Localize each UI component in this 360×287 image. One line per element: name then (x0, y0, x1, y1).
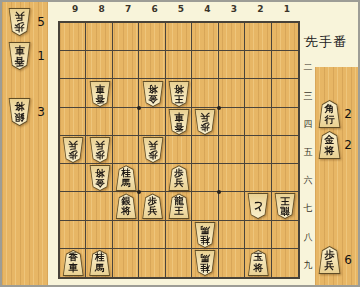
shogi-piece-knight[interactable]: 桂馬 (194, 250, 216, 276)
piece-kanji: 桂馬 (90, 251, 110, 275)
board-cell[interactable] (245, 23, 271, 51)
piece-shape: 銀将 (115, 193, 137, 219)
shogi-piece-promoted-rook[interactable]: 龍王 (168, 193, 190, 219)
hand-piece-count: 2 (341, 107, 355, 121)
piece-shape: 香車 (168, 109, 190, 135)
board-cell[interactable] (219, 79, 245, 107)
board-cell[interactable] (166, 51, 192, 79)
piece-shape: 香車 (89, 81, 111, 107)
shogi-piece-pawn[interactable]: 歩兵 (318, 246, 341, 274)
board-cell[interactable] (219, 249, 245, 277)
piece-shape: 香車 (8, 42, 31, 70)
hand-piece-count: 1 (34, 49, 48, 63)
board-cell[interactable] (245, 136, 271, 164)
piece-kanji: 歩兵 (90, 138, 110, 162)
piece-shape: 金将 (89, 165, 111, 191)
shogi-piece-gold[interactable]: 金将 (318, 131, 341, 159)
piece-kanji: 玉将 (248, 251, 268, 275)
rank-label: 四 (301, 118, 315, 130)
piece-shape: 歩兵 (194, 109, 216, 135)
piece-kanji: と (248, 194, 268, 218)
gote-hand-stand: 歩兵5香車1銀将3 (2, 2, 48, 285)
board-cell[interactable] (166, 136, 192, 164)
board-cell[interactable] (86, 221, 112, 249)
shogi-piece-pawn[interactable]: 歩兵 (62, 137, 84, 163)
board-cell[interactable] (219, 51, 245, 79)
board-cell[interactable] (86, 51, 112, 79)
board-cell[interactable] (245, 164, 271, 192)
board-cell[interactable] (60, 192, 86, 220)
board-cell[interactable] (192, 23, 218, 51)
piece-kanji: 銀将 (9, 99, 30, 125)
board-cell[interactable] (192, 136, 218, 164)
shogi-piece-pawn[interactable]: 歩兵 (142, 137, 164, 163)
piece-kanji: 金将 (90, 166, 110, 190)
piece-kanji: 香車 (90, 82, 110, 106)
rank-label: 八 (301, 231, 315, 243)
board-cell[interactable] (60, 51, 86, 79)
hand-piece-count: 5 (34, 15, 48, 29)
board-cell[interactable] (166, 23, 192, 51)
board-cell[interactable] (272, 136, 298, 164)
shogi-piece-knight[interactable]: 桂馬 (115, 165, 137, 191)
piece-shape: 歩兵 (8, 8, 31, 36)
shogi-diagram: 歩兵5香車1銀将3 987654321 香車金将王将香車歩兵歩兵歩兵歩兵金将桂馬… (0, 0, 360, 287)
board-cell[interactable] (192, 164, 218, 192)
shogi-piece-pawn[interactable]: 歩兵 (89, 137, 111, 163)
board-cell[interactable] (139, 23, 165, 51)
piece-shape: 桂馬 (115, 165, 137, 191)
piece-kanji: 龍王 (275, 194, 295, 218)
shogi-piece-pawn[interactable]: 歩兵 (168, 165, 190, 191)
hand-piece-count: 2 (341, 138, 355, 152)
shogi-piece-tokin[interactable]: と (247, 193, 269, 219)
board-cell[interactable] (60, 221, 86, 249)
shogi-piece-lance[interactable]: 香車 (168, 109, 190, 135)
piece-shape: 桂馬 (194, 222, 216, 248)
board-cell[interactable] (272, 164, 298, 192)
rank-label: 二 (301, 61, 315, 73)
piece-shape: 角行 (318, 100, 341, 128)
shogi-piece-lance[interactable]: 香車 (8, 42, 31, 70)
piece-shape: 龍王 (274, 193, 296, 219)
board-cell[interactable] (219, 221, 245, 249)
piece-shape: 玉将 (247, 250, 269, 276)
board-cell[interactable] (219, 108, 245, 136)
board-cell[interactable] (192, 51, 218, 79)
file-label: 2 (252, 3, 268, 16)
board-cell[interactable] (245, 221, 271, 249)
piece-kanji: 金将 (143, 82, 163, 106)
piece-shape: 歩兵 (142, 193, 164, 219)
piece-kanji: 歩兵 (63, 138, 83, 162)
board-cell[interactable] (139, 249, 165, 277)
shogi-piece-gold[interactable]: 金将 (89, 165, 111, 191)
piece-shape: 王将 (168, 81, 190, 107)
board-cell[interactable] (139, 51, 165, 79)
board-cell[interactable] (219, 23, 245, 51)
shogi-piece-silver[interactable]: 銀将 (8, 98, 31, 126)
shogi-piece-pawn[interactable]: 歩兵 (194, 109, 216, 135)
piece-shape: 銀将 (8, 98, 31, 126)
piece-shape: 歩兵 (318, 246, 341, 274)
shogi-piece-pawn[interactable]: 歩兵 (8, 8, 31, 36)
piece-shape: 歩兵 (142, 137, 164, 163)
piece-shape: 金将 (142, 81, 164, 107)
board-cell[interactable] (272, 23, 298, 51)
board-cell[interactable] (219, 136, 245, 164)
board-cell[interactable] (86, 108, 112, 136)
piece-kanji: 歩兵 (195, 110, 215, 134)
rank-label: 七 (301, 202, 315, 214)
piece-kanji: 桂馬 (195, 251, 215, 275)
shogi-piece-king[interactable]: 王将 (168, 81, 190, 107)
board-cell[interactable] (86, 192, 112, 220)
hand-piece-count: 6 (341, 253, 355, 267)
board-cell[interactable] (86, 23, 112, 51)
piece-shape: 桂馬 (194, 250, 216, 276)
piece-kanji: 角行 (319, 101, 340, 127)
piece-kanji: 桂馬 (195, 223, 215, 247)
board-cell[interactable] (272, 51, 298, 79)
board-cell[interactable] (166, 221, 192, 249)
piece-kanji: 桂馬 (116, 166, 136, 190)
board-cell[interactable] (113, 23, 139, 51)
piece-shape: と (247, 193, 269, 219)
file-label: 5 (173, 3, 189, 16)
board-cell[interactable] (166, 249, 192, 277)
board-cell[interactable] (272, 221, 298, 249)
piece-shape: 歩兵 (168, 165, 190, 191)
piece-kanji: 香車 (169, 110, 189, 134)
board-cell[interactable] (272, 249, 298, 277)
shogi-piece-lance[interactable]: 香車 (89, 81, 111, 107)
shogi-piece-promoted-rook[interactable]: 龍王 (274, 193, 296, 219)
board-cell[interactable] (113, 249, 139, 277)
file-label: 8 (94, 3, 110, 16)
piece-shape: 龍王 (168, 193, 190, 219)
board-cell[interactable] (192, 192, 218, 220)
piece-kanji: 香車 (63, 251, 83, 275)
file-label: 3 (226, 3, 242, 16)
piece-kanji: 歩兵 (143, 138, 163, 162)
board-cell[interactable] (60, 79, 86, 107)
shogi-piece-silver[interactable]: 銀将 (115, 193, 137, 219)
board-cell[interactable] (139, 164, 165, 192)
piece-shape: 桂馬 (89, 250, 111, 276)
piece-kanji: 歩兵 (9, 9, 30, 35)
board-cell[interactable] (113, 51, 139, 79)
board-cell[interactable] (139, 221, 165, 249)
shogi-piece-gold[interactable]: 金将 (142, 81, 164, 107)
board-cell[interactable] (245, 51, 271, 79)
board-cell[interactable] (139, 108, 165, 136)
piece-kanji: 銀将 (116, 194, 136, 218)
board-cell[interactable] (113, 108, 139, 136)
board-cell[interactable] (113, 221, 139, 249)
piece-kanji: 香車 (9, 43, 30, 69)
board-cell[interactable] (219, 164, 245, 192)
piece-shape: 金将 (318, 131, 341, 159)
file-label: 6 (147, 3, 163, 16)
shogi-piece-knight[interactable]: 桂馬 (89, 250, 111, 276)
rank-label: 五 (301, 146, 315, 158)
file-labels: 987654321 (60, 3, 298, 16)
file-label: 7 (120, 3, 136, 16)
board-cell[interactable] (60, 108, 86, 136)
board-cell[interactable] (113, 79, 139, 107)
hand-piece-count: 3 (34, 105, 48, 119)
shogi-piece-lance[interactable]: 香車 (62, 250, 84, 276)
board-cell[interactable] (245, 108, 271, 136)
board-cell[interactable] (219, 192, 245, 220)
sente-hand-stand: 角行2金将2歩兵6 (315, 67, 358, 285)
shogi-piece-knight[interactable]: 桂馬 (194, 222, 216, 248)
piece-shape: 歩兵 (62, 137, 84, 163)
file-label: 4 (199, 3, 215, 16)
board-cell[interactable] (245, 79, 271, 107)
rank-label: 九 (301, 259, 315, 271)
star-point (217, 106, 221, 110)
file-label: 9 (67, 3, 83, 16)
shogi-piece-pawn[interactable]: 歩兵 (142, 193, 164, 219)
piece-shape: 歩兵 (89, 137, 111, 163)
piece-kanji: 龍王 (169, 194, 189, 218)
file-label: 1 (279, 3, 295, 16)
rank-label: 六 (301, 174, 315, 186)
turn-indicator: 先手番 (305, 33, 359, 51)
rank-label: 三 (301, 90, 315, 102)
board-cell[interactable] (192, 79, 218, 107)
piece-shape: 香車 (62, 250, 84, 276)
piece-kanji: 歩兵 (169, 166, 189, 190)
board-cell[interactable] (113, 136, 139, 164)
board-cell[interactable] (272, 79, 298, 107)
piece-kanji: 金将 (319, 132, 340, 158)
star-point (217, 190, 221, 194)
piece-kanji: 王将 (169, 82, 189, 106)
piece-kanji: 歩兵 (319, 247, 340, 273)
shogi-board: 香車金将王将香車歩兵歩兵歩兵歩兵金将桂馬歩兵銀将歩兵龍王と龍王桂馬香車桂馬桂馬玉… (58, 21, 300, 279)
shogi-piece-king[interactable]: 玉将 (247, 250, 269, 276)
board-cell[interactable] (60, 23, 86, 51)
board-cell[interactable] (60, 164, 86, 192)
piece-kanji: 歩兵 (143, 194, 163, 218)
board-cell[interactable] (272, 108, 298, 136)
rank-labels: 一二三四五六七八九 (301, 23, 315, 277)
shogi-piece-bishop[interactable]: 角行 (318, 100, 341, 128)
